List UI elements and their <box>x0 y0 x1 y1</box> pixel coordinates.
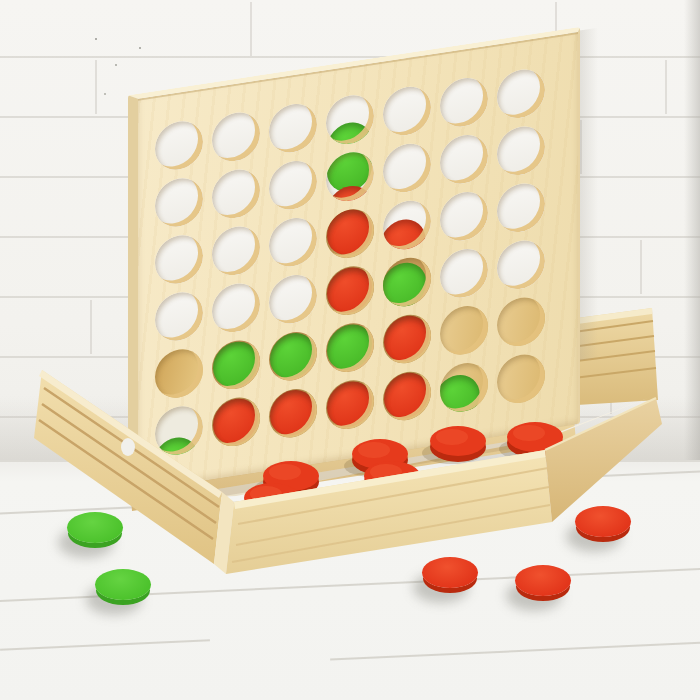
loose-green-disc-2[interactable] <box>95 569 151 600</box>
tray-right-wall <box>545 398 662 522</box>
loose-red-disc-4[interactable] <box>422 557 478 588</box>
loose-red-disc-5[interactable] <box>515 565 571 596</box>
tray-red-disc-5-highlight[interactable] <box>436 429 468 445</box>
loose-green-disc-1[interactable] <box>67 512 123 543</box>
loose-red-disc-3[interactable] <box>575 506 631 537</box>
tray-red-disc-6-highlight[interactable] <box>513 425 545 441</box>
tray-left-wall-hole <box>121 438 135 456</box>
scene <box>0 0 700 700</box>
tray-red-disc-3-highlight[interactable] <box>358 442 390 458</box>
tray-red-disc-1-highlight[interactable] <box>269 464 301 480</box>
